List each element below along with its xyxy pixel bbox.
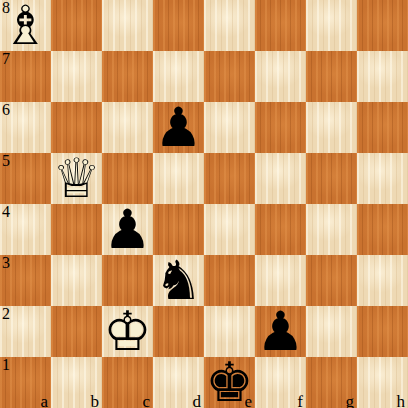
square-h3[interactable] (357, 255, 408, 306)
square-a4[interactable]: 4 (0, 204, 51, 255)
square-b5[interactable]: ♛♕ (51, 153, 102, 204)
square-g2[interactable] (306, 306, 357, 357)
rank-label-2: 2 (2, 305, 10, 322)
rank-label-4: 4 (2, 203, 10, 220)
square-d2[interactable] (153, 306, 204, 357)
square-h4[interactable] (357, 204, 408, 255)
file-label-b: b (91, 393, 100, 408)
file-label-d: d (193, 393, 202, 408)
square-c1[interactable]: c (102, 357, 153, 408)
square-c7[interactable] (102, 51, 153, 102)
square-e4[interactable] (204, 204, 255, 255)
square-g6[interactable] (306, 102, 357, 153)
square-e2[interactable] (204, 306, 255, 357)
square-d4[interactable] (153, 204, 204, 255)
square-b4[interactable] (51, 204, 102, 255)
square-d1[interactable]: d (153, 357, 204, 408)
square-g3[interactable] (306, 255, 357, 306)
black-knight[interactable]: ♞ (153, 255, 204, 306)
square-g4[interactable] (306, 204, 357, 255)
square-f5[interactable] (255, 153, 306, 204)
square-a5[interactable]: 5 (0, 153, 51, 204)
square-e6[interactable] (204, 102, 255, 153)
square-a8[interactable]: 8♝♗ (0, 0, 51, 51)
square-d6[interactable]: ♟ (153, 102, 204, 153)
square-f2[interactable]: ♟ (255, 306, 306, 357)
square-b6[interactable] (51, 102, 102, 153)
square-g1[interactable]: g (306, 357, 357, 408)
square-d7[interactable] (153, 51, 204, 102)
square-c8[interactable] (102, 0, 153, 51)
square-f6[interactable] (255, 102, 306, 153)
square-a7[interactable]: 7 (0, 51, 51, 102)
black-pawn[interactable]: ♟ (153, 102, 204, 153)
black-king[interactable]: ♚ (204, 357, 255, 408)
square-e3[interactable] (204, 255, 255, 306)
square-h1[interactable]: h (357, 357, 408, 408)
square-e1[interactable]: e♚ (204, 357, 255, 408)
square-d3[interactable]: ♞ (153, 255, 204, 306)
square-g8[interactable] (306, 0, 357, 51)
square-f1[interactable]: f (255, 357, 306, 408)
file-label-a: a (40, 393, 48, 408)
white-queen[interactable]: ♕ (51, 153, 102, 204)
square-f4[interactable] (255, 204, 306, 255)
square-g7[interactable] (306, 51, 357, 102)
file-label-c: c (142, 393, 150, 408)
rank-label-5: 5 (2, 152, 10, 169)
chess-board: 8♝♗76♟5♛♕4♟3♞2♚♔♟1abcde♚fgh (0, 0, 408, 408)
square-b3[interactable] (51, 255, 102, 306)
square-b8[interactable] (51, 0, 102, 51)
square-f3[interactable] (255, 255, 306, 306)
rank-label-3: 3 (2, 254, 10, 271)
square-b7[interactable] (51, 51, 102, 102)
square-c5[interactable] (102, 153, 153, 204)
square-h8[interactable] (357, 0, 408, 51)
square-e5[interactable] (204, 153, 255, 204)
square-d8[interactable] (153, 0, 204, 51)
square-d5[interactable] (153, 153, 204, 204)
square-e7[interactable] (204, 51, 255, 102)
square-h6[interactable] (357, 102, 408, 153)
rank-label-1: 1 (2, 356, 10, 373)
square-h2[interactable] (357, 306, 408, 357)
square-g5[interactable] (306, 153, 357, 204)
square-e8[interactable] (204, 0, 255, 51)
square-f7[interactable] (255, 51, 306, 102)
file-label-f: f (297, 393, 303, 408)
square-a1[interactable]: 1a (0, 357, 51, 408)
black-pawn[interactable]: ♟ (255, 306, 306, 357)
square-a3[interactable]: 3 (0, 255, 51, 306)
square-h7[interactable] (357, 51, 408, 102)
square-h5[interactable] (357, 153, 408, 204)
square-b1[interactable]: b (51, 357, 102, 408)
square-c3[interactable] (102, 255, 153, 306)
file-label-h: h (397, 393, 406, 408)
file-label-g: g (346, 393, 355, 408)
square-f8[interactable] (255, 0, 306, 51)
square-a2[interactable]: 2 (0, 306, 51, 357)
square-b2[interactable] (51, 306, 102, 357)
square-c2[interactable]: ♚♔ (102, 306, 153, 357)
white-king[interactable]: ♔ (102, 306, 153, 357)
rank-label-6: 6 (2, 101, 10, 118)
square-a6[interactable]: 6 (0, 102, 51, 153)
white-bishop[interactable]: ♗ (0, 0, 51, 51)
black-pawn[interactable]: ♟ (102, 204, 153, 255)
square-c6[interactable] (102, 102, 153, 153)
square-c4[interactable]: ♟ (102, 204, 153, 255)
